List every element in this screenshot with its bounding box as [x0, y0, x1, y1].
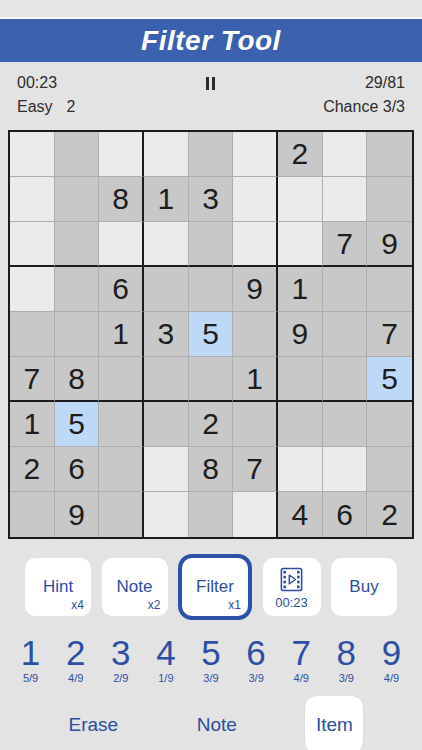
film-play-icon [278, 566, 305, 595]
cell-r5c6[interactable] [233, 312, 278, 357]
numpad-digit: 5 [188, 635, 233, 670]
item-mode-label: Item [316, 714, 353, 736]
buy-button[interactable]: Buy [331, 558, 397, 616]
cell-r5c2[interactable] [55, 312, 100, 357]
mode-bar: Erase Note Item [0, 692, 422, 750]
cell-r8c9[interactable] [367, 447, 412, 492]
info-row-bottom: Easy 2 Chance 3/3 [17, 95, 405, 119]
cell-r3c5[interactable] [189, 222, 234, 267]
filter-button-label: Filter [196, 577, 234, 597]
numpad-9[interactable]: 94/9 [369, 635, 414, 684]
cell-r4c7[interactable]: 1 [278, 267, 323, 312]
filter-count-badge: x1 [228, 598, 241, 612]
hint-button-label: Hint [43, 577, 73, 597]
cell-r6c7[interactable] [278, 357, 323, 402]
note-tool-label: Note [117, 577, 153, 597]
cell-r6c8[interactable] [323, 357, 368, 402]
timer: 00:23 [17, 74, 146, 92]
cell-r9c6[interactable] [233, 492, 278, 537]
cell-r3c9[interactable]: 9 [367, 222, 412, 267]
cell-r6c9[interactable]: 5 [367, 357, 412, 402]
numpad-digit: 9 [369, 635, 414, 670]
cell-r9c4[interactable] [144, 492, 189, 537]
numpad-remaining-count: 3/9 [188, 672, 233, 684]
numpad-remaining-count: 1/9 [143, 672, 188, 684]
numpad-7[interactable]: 74/9 [279, 635, 324, 684]
erase-button-label: Erase [69, 714, 119, 735]
cell-r7c3[interactable] [99, 402, 144, 447]
numpad-digit: 3 [98, 635, 143, 670]
numpad-2[interactable]: 24/9 [53, 635, 98, 684]
chance-label: Chance 3/3 [211, 98, 405, 116]
numpad-6[interactable]: 63/9 [234, 635, 279, 684]
cell-r7c7[interactable] [278, 402, 323, 447]
cell-r6c5[interactable] [189, 357, 234, 402]
cell-r5c4[interactable]: 3 [144, 312, 189, 357]
cell-r8c7[interactable] [278, 447, 323, 492]
numpad-digit: 2 [53, 635, 98, 670]
cell-r4c3[interactable]: 6 [99, 267, 144, 312]
note-tool-button[interactable]: Note x2 [102, 558, 168, 616]
note-count-badge: x2 [148, 598, 161, 612]
cell-r1c5[interactable] [189, 132, 234, 177]
cell-r2c7[interactable] [278, 177, 323, 222]
pause-icon [212, 77, 215, 90]
cell-r5c7[interactable]: 9 [278, 312, 323, 357]
cell-r9c5[interactable] [189, 492, 234, 537]
cell-r6c3[interactable] [99, 357, 144, 402]
numpad-digit: 7 [279, 635, 324, 670]
cell-r6c4[interactable] [144, 357, 189, 402]
hint-count-badge: x4 [71, 598, 84, 612]
cell-r1c3[interactable] [99, 132, 144, 177]
cell-r9c3[interactable] [99, 492, 144, 537]
tool-button-row: Hint x4 Note x2 Filter x1 00:23 Bu [0, 554, 422, 620]
cell-r3c6[interactable] [233, 222, 278, 267]
pause-button[interactable] [204, 75, 217, 92]
numpad-remaining-count: 5/9 [8, 672, 53, 684]
number-pad: 15/924/932/941/953/963/974/983/994/9 [0, 635, 422, 684]
cell-r8c3[interactable] [99, 447, 144, 492]
cell-r7c5[interactable]: 2 [189, 402, 234, 447]
cell-r6c6[interactable]: 1 [233, 357, 278, 402]
cell-r1c4[interactable] [144, 132, 189, 177]
cell-r1c9[interactable] [367, 132, 412, 177]
cell-r9c7[interactable]: 4 [278, 492, 323, 537]
sudoku-board: 28137969113597781515226879462 [8, 130, 414, 539]
cell-r8c6[interactable]: 7 [233, 447, 278, 492]
cell-r2c3[interactable]: 8 [99, 177, 144, 222]
cell-r5c1[interactable] [10, 312, 55, 357]
info-row-top: 00:23 29/81 [17, 71, 405, 95]
cell-r5c9[interactable]: 7 [367, 312, 412, 357]
cell-r7c6[interactable] [233, 402, 278, 447]
status-bar [0, 0, 422, 19]
numpad-remaining-count: 3/9 [324, 672, 369, 684]
buy-button-label: Buy [349, 577, 378, 597]
cell-r1c8[interactable] [323, 132, 368, 177]
cell-r2c2[interactable] [55, 177, 100, 222]
erase-button[interactable]: Erase [59, 708, 129, 742]
numpad-5[interactable]: 53/9 [188, 635, 233, 684]
cell-r8c1[interactable]: 2 [10, 447, 55, 492]
numpad-8[interactable]: 83/9 [324, 635, 369, 684]
cell-r8c8[interactable] [323, 447, 368, 492]
numpad-remaining-count: 2/9 [98, 672, 143, 684]
numpad-digit: 8 [324, 635, 369, 670]
cell-r9c9[interactable]: 2 [367, 492, 412, 537]
page-title: Filter Tool [141, 25, 281, 57]
info-panel: 00:23 29/81 Easy 2 Chance 3/3 [0, 62, 422, 119]
cell-r2c8[interactable] [323, 177, 368, 222]
cell-r3c3[interactable] [99, 222, 144, 267]
cell-r7c4[interactable] [144, 402, 189, 447]
watch-ad-button[interactable]: 00:23 [263, 558, 321, 616]
hint-button[interactable]: Hint x4 [25, 558, 91, 616]
cell-r3c8[interactable]: 7 [323, 222, 368, 267]
cell-r5c5[interactable]: 5 [189, 312, 234, 357]
numpad-digit: 6 [234, 635, 279, 670]
note-mode-label: Note [197, 714, 237, 735]
ad-timer-label: 00:23 [275, 595, 308, 610]
cell-r3c4[interactable] [144, 222, 189, 267]
cell-r5c3[interactable]: 1 [99, 312, 144, 357]
cell-r1c2[interactable] [55, 132, 100, 177]
cell-r4c2[interactable] [55, 267, 100, 312]
cell-r9c8[interactable]: 6 [323, 492, 368, 537]
progress-counter: 29/81 [276, 74, 405, 92]
cell-r7c8[interactable] [323, 402, 368, 447]
cell-r4c6[interactable]: 9 [233, 267, 278, 312]
cell-r9c2[interactable]: 9 [55, 492, 100, 537]
numpad-digit: 1 [8, 635, 53, 670]
cell-r8c2[interactable]: 6 [55, 447, 100, 492]
cell-r2c1[interactable] [10, 177, 55, 222]
level-label: 2 [67, 98, 76, 116]
numpad-remaining-count: 3/9 [234, 672, 279, 684]
cell-r1c6[interactable] [233, 132, 278, 177]
cell-r1c7[interactable]: 2 [278, 132, 323, 177]
cell-r4c5[interactable] [189, 267, 234, 312]
cell-r7c1[interactable]: 1 [10, 402, 55, 447]
title-bar: Filter Tool [0, 19, 422, 62]
cell-r8c4[interactable] [144, 447, 189, 492]
cell-r9c1[interactable] [10, 492, 55, 537]
numpad-remaining-count: 4/9 [369, 672, 414, 684]
cell-r6c2[interactable]: 8 [55, 357, 100, 402]
cell-r7c2[interactable]: 5 [55, 402, 100, 447]
cell-r4c8[interactable] [323, 267, 368, 312]
cell-r2c6[interactable] [233, 177, 278, 222]
filter-button[interactable]: Filter x1 [178, 554, 252, 620]
cell-r3c2[interactable] [55, 222, 100, 267]
cell-r4c1[interactable] [10, 267, 55, 312]
numpad-3[interactable]: 32/9 [98, 635, 143, 684]
cell-r2c5[interactable]: 3 [189, 177, 234, 222]
cell-r7c9[interactable] [367, 402, 412, 447]
cell-r3c1[interactable] [10, 222, 55, 267]
cell-r2c9[interactable] [367, 177, 412, 222]
numpad-remaining-count: 4/9 [279, 672, 324, 684]
item-mode-button[interactable]: Item [305, 696, 363, 750]
note-mode-button[interactable]: Note [187, 708, 247, 742]
cell-r4c9[interactable] [367, 267, 412, 312]
cell-r4c4[interactable] [144, 267, 189, 312]
cell-r8c5[interactable]: 8 [189, 447, 234, 492]
cell-r6c1[interactable]: 7 [10, 357, 55, 402]
cell-r2c4[interactable]: 1 [144, 177, 189, 222]
cell-r5c8[interactable] [323, 312, 368, 357]
difficulty-label: Easy [17, 98, 53, 116]
numpad-4[interactable]: 41/9 [143, 635, 188, 684]
numpad-1[interactable]: 15/9 [8, 635, 53, 684]
cell-r1c1[interactable] [10, 132, 55, 177]
cell-r3c7[interactable] [278, 222, 323, 267]
numpad-remaining-count: 4/9 [53, 672, 98, 684]
pause-icon [206, 77, 209, 90]
numpad-digit: 4 [143, 635, 188, 670]
